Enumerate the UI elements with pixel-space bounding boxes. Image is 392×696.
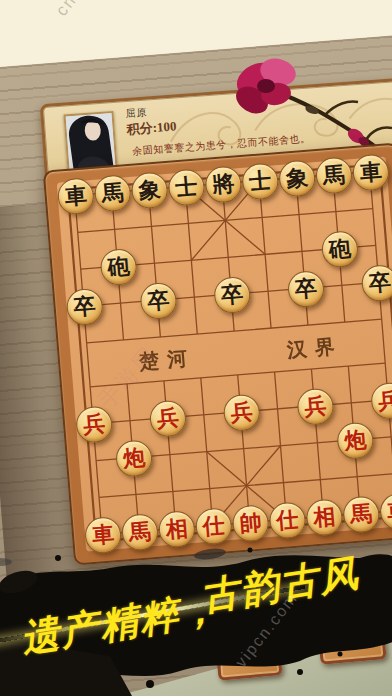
avatar: [63, 111, 117, 172]
app-screen: 屈原 积分:100 余固知謇謇之为患兮，忍而不能舍也。: [0, 0, 392, 696]
seal-mark: [235, 648, 262, 662]
watermark-top: cn.com: [52, 0, 109, 20]
restart-button-label: 重开: [231, 626, 262, 647]
portrait-image: [66, 113, 116, 169]
undo-button[interactable]: 悔棋: [315, 597, 386, 665]
board-field: 楚河 汉界 車馬象士將士象馬車砲砲卒卒卒卒卒兵兵兵兵兵炮炮車馬相仕帥仕相馬車: [57, 156, 392, 551]
undo-button-label: 悔棋: [334, 608, 365, 629]
river-label-chuhe: 楚河: [138, 344, 196, 375]
river-label-hanjie: 汉界: [286, 332, 344, 363]
xiangqi-board[interactable]: 楚河 汉界 車馬象士將士象馬車砲砲卒卒卒卒卒兵兵兵兵兵炮炮車馬相仕帥仕相馬車: [43, 142, 392, 565]
player-score: 积分:100: [126, 117, 177, 139]
seal-mark: [338, 630, 365, 644]
restart-button[interactable]: 重开: [214, 615, 283, 680]
